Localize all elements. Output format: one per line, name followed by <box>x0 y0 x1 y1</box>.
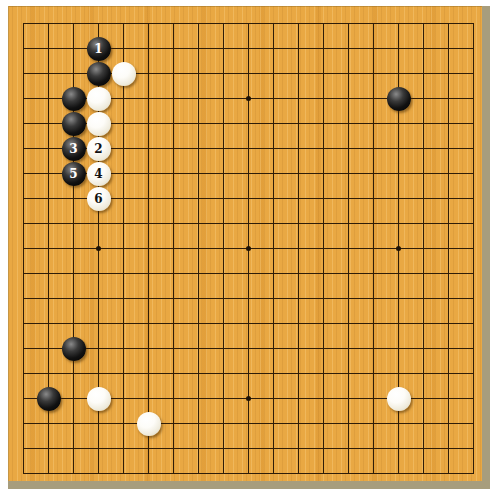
black-stone[interactable] <box>62 87 86 111</box>
move-number: 2 <box>94 143 102 155</box>
white-stone-move-6[interactable]: 6 <box>87 187 111 211</box>
black-stone-move-3[interactable]: 3 <box>62 137 86 161</box>
black-stone-move-5[interactable]: 5 <box>62 162 86 186</box>
move-number: 5 <box>69 168 77 180</box>
white-stone[interactable] <box>137 412 161 436</box>
white-stone[interactable] <box>112 62 136 86</box>
white-stone[interactable] <box>87 87 111 111</box>
move-number: 6 <box>94 193 102 205</box>
move-number: 1 <box>94 43 102 55</box>
stones-layer[interactable]: 132546 <box>11 11 486 486</box>
black-stone[interactable] <box>87 62 111 86</box>
black-stone-move-1[interactable]: 1 <box>87 37 111 61</box>
black-stone[interactable] <box>62 337 86 361</box>
white-stone[interactable] <box>87 112 111 136</box>
white-stone[interactable] <box>387 387 411 411</box>
white-stone-move-2[interactable]: 2 <box>87 137 111 161</box>
go-diagram: 132546 <box>0 0 500 500</box>
black-stone[interactable] <box>387 87 411 111</box>
black-stone[interactable] <box>62 112 86 136</box>
move-number: 4 <box>94 168 102 180</box>
black-stone[interactable] <box>37 387 61 411</box>
white-stone[interactable] <box>87 387 111 411</box>
go-board: 132546 <box>8 6 490 489</box>
white-stone-move-4[interactable]: 4 <box>87 162 111 186</box>
move-number: 3 <box>69 143 77 155</box>
